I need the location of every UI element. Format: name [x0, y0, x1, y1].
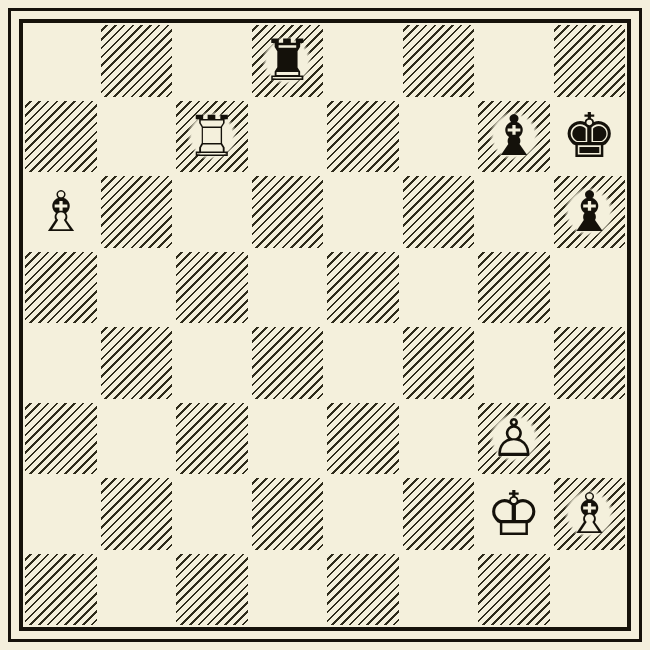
square-f1[interactable] — [401, 552, 477, 628]
black-bishop-h6[interactable]: ♝ — [554, 177, 624, 247]
square-b1[interactable] — [99, 552, 175, 628]
square-h4[interactable] — [552, 325, 628, 401]
square-g7[interactable]: ♝ — [476, 99, 552, 175]
square-b6[interactable] — [99, 174, 175, 250]
square-b7[interactable] — [99, 99, 175, 175]
square-g2[interactable]: ♔ — [476, 476, 552, 552]
square-g8[interactable] — [476, 23, 552, 99]
square-d5[interactable] — [250, 250, 326, 326]
square-e3[interactable] — [325, 401, 401, 477]
square-b2[interactable] — [99, 476, 175, 552]
square-a5[interactable] — [23, 250, 99, 326]
square-f6[interactable] — [401, 174, 477, 250]
square-b5[interactable] — [99, 250, 175, 326]
square-d6[interactable] — [250, 174, 326, 250]
square-f7[interactable] — [401, 99, 477, 175]
square-d4[interactable] — [250, 325, 326, 401]
square-d7[interactable] — [250, 99, 326, 175]
white-bishop-h2[interactable]: ♗ — [554, 479, 624, 549]
chess-diagram-page: ♜♖♝♚♗♝♙♔♗ — [0, 0, 650, 650]
square-g4[interactable] — [476, 325, 552, 401]
square-h1[interactable] — [552, 552, 628, 628]
square-e4[interactable] — [325, 325, 401, 401]
square-d3[interactable] — [250, 401, 326, 477]
square-g6[interactable] — [476, 174, 552, 250]
square-f3[interactable] — [401, 401, 477, 477]
square-b4[interactable] — [99, 325, 175, 401]
square-c2[interactable] — [174, 476, 250, 552]
black-rook-d8[interactable]: ♜ — [252, 26, 322, 96]
square-h2[interactable]: ♗ — [552, 476, 628, 552]
white-bishop-a6[interactable]: ♗ — [26, 177, 96, 247]
square-b3[interactable] — [99, 401, 175, 477]
square-d1[interactable] — [250, 552, 326, 628]
square-a8[interactable] — [23, 23, 99, 99]
square-e8[interactable] — [325, 23, 401, 99]
black-bishop-g7[interactable]: ♝ — [479, 101, 549, 171]
square-a2[interactable] — [23, 476, 99, 552]
square-g1[interactable] — [476, 552, 552, 628]
square-d8[interactable]: ♜ — [250, 23, 326, 99]
square-h7[interactable]: ♚ — [552, 99, 628, 175]
square-e5[interactable] — [325, 250, 401, 326]
square-e2[interactable] — [325, 476, 401, 552]
board-frame: ♜♖♝♚♗♝♙♔♗ — [19, 19, 631, 631]
square-h3[interactable] — [552, 401, 628, 477]
square-h8[interactable] — [552, 23, 628, 99]
square-f2[interactable] — [401, 476, 477, 552]
square-g3[interactable]: ♙ — [476, 401, 552, 477]
square-e6[interactable] — [325, 174, 401, 250]
square-c8[interactable] — [174, 23, 250, 99]
square-a3[interactable] — [23, 401, 99, 477]
square-h5[interactable] — [552, 250, 628, 326]
square-c6[interactable] — [174, 174, 250, 250]
white-rook-c7[interactable]: ♖ — [177, 101, 247, 171]
square-e7[interactable] — [325, 99, 401, 175]
square-d2[interactable] — [250, 476, 326, 552]
square-c5[interactable] — [174, 250, 250, 326]
square-g5[interactable] — [476, 250, 552, 326]
square-f4[interactable] — [401, 325, 477, 401]
square-c3[interactable] — [174, 401, 250, 477]
square-c4[interactable] — [174, 325, 250, 401]
black-king-h7[interactable]: ♚ — [554, 101, 624, 171]
square-c1[interactable] — [174, 552, 250, 628]
square-c7[interactable]: ♖ — [174, 99, 250, 175]
board: ♜♖♝♚♗♝♙♔♗ — [23, 23, 627, 627]
square-a6[interactable]: ♗ — [23, 174, 99, 250]
square-a4[interactable] — [23, 325, 99, 401]
square-h6[interactable]: ♝ — [552, 174, 628, 250]
square-f8[interactable] — [401, 23, 477, 99]
square-b8[interactable] — [99, 23, 175, 99]
square-a1[interactable] — [23, 552, 99, 628]
square-a7[interactable] — [23, 99, 99, 175]
square-f5[interactable] — [401, 250, 477, 326]
square-e1[interactable] — [325, 552, 401, 628]
white-king-g2[interactable]: ♔ — [479, 479, 549, 549]
white-pawn-g3[interactable]: ♙ — [479, 403, 549, 473]
